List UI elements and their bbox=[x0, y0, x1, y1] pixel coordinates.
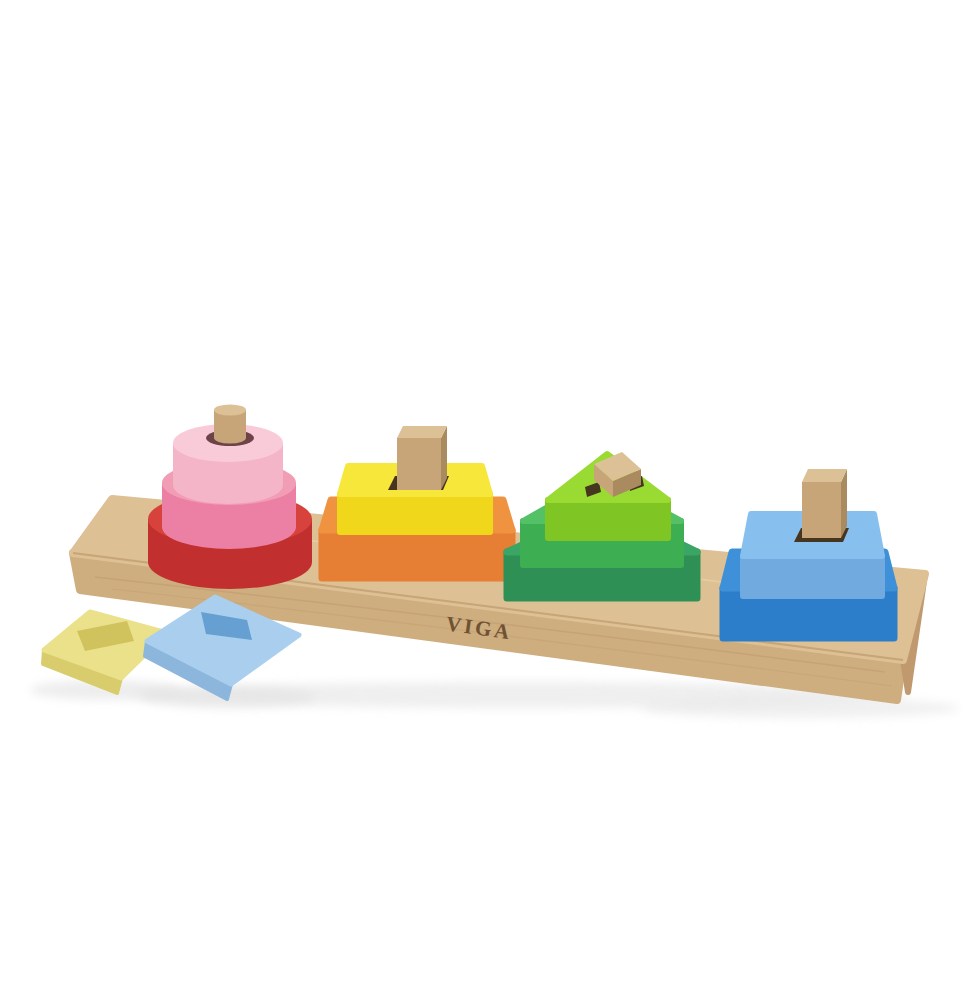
orange-block-front bbox=[322, 530, 512, 578]
board-shadow-right bbox=[640, 698, 960, 718]
yellow-block-front bbox=[340, 494, 490, 532]
product-photo: VIGA bbox=[0, 0, 973, 1000]
square-peg-2-front bbox=[397, 438, 441, 490]
stack-rectangles bbox=[322, 426, 512, 578]
lightgreen-triangle-front bbox=[548, 500, 668, 538]
square-peg-2-top bbox=[397, 426, 447, 438]
lightblue-block-front bbox=[743, 556, 882, 596]
square-peg-4-front bbox=[802, 482, 841, 538]
stack-circles bbox=[148, 405, 312, 590]
stack-squares bbox=[723, 469, 894, 638]
stack-triangles bbox=[507, 452, 697, 598]
round-peg-top bbox=[214, 405, 246, 416]
square-peg-4-top bbox=[802, 469, 847, 482]
